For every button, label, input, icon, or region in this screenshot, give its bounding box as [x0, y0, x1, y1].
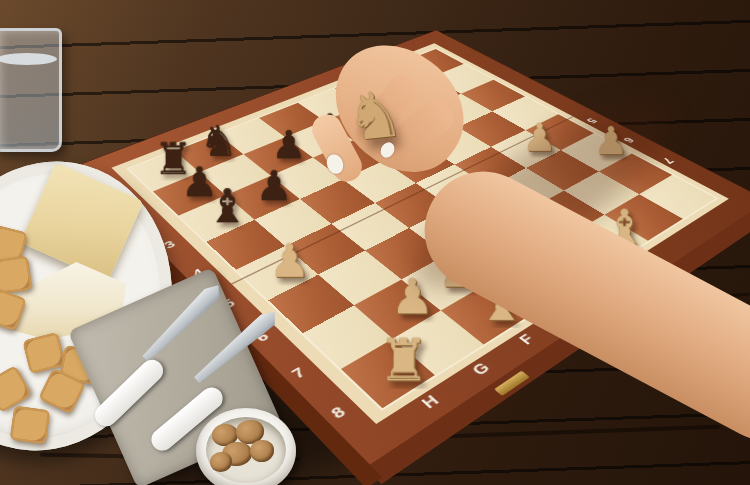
rank-label-left-8: 8: [326, 403, 349, 422]
black-bishop-h3: ♝: [200, 176, 255, 231]
water-surface: [0, 53, 57, 65]
white-pawn-h5: ♟: [260, 229, 320, 289]
rank-label-left-7: 7: [287, 364, 308, 381]
black-pawn-g3: ♟: [247, 157, 301, 211]
white-rook-h8: ♜: [370, 324, 438, 392]
water-glass: [0, 28, 62, 152]
walnut-bowl: [196, 408, 296, 485]
held-white-knight: ♞: [343, 81, 407, 151]
cracker: [0, 256, 32, 295]
cracker: [10, 406, 50, 445]
